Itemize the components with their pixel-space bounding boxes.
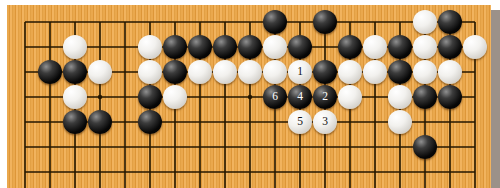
white-stone xyxy=(388,110,412,134)
black-stone xyxy=(438,35,462,59)
white-stone xyxy=(263,35,287,59)
white-stone xyxy=(213,60,237,84)
white-stone xyxy=(438,60,462,84)
white-stone xyxy=(463,35,487,59)
go-diagram: 164253 xyxy=(0,0,500,188)
white-stone xyxy=(163,85,187,109)
white-stone xyxy=(138,60,162,84)
black-stone xyxy=(313,60,337,84)
black-stone xyxy=(213,35,237,59)
white-stone xyxy=(388,85,412,109)
black-stone xyxy=(263,10,287,34)
black-stone xyxy=(238,35,262,59)
white-stone xyxy=(338,60,362,84)
black-stone xyxy=(288,35,312,59)
white-stone xyxy=(263,60,287,84)
white-stone xyxy=(363,60,387,84)
white-stone xyxy=(63,85,87,109)
black-stone xyxy=(63,60,87,84)
black-stone xyxy=(38,60,62,84)
white-stone xyxy=(63,35,87,59)
black-stone-move-4: 4 xyxy=(288,85,312,109)
black-stone xyxy=(138,110,162,134)
white-stone xyxy=(238,60,262,84)
black-stone xyxy=(138,85,162,109)
white-stone xyxy=(188,60,212,84)
black-stone xyxy=(438,10,462,34)
black-stone xyxy=(338,35,362,59)
white-stone xyxy=(413,35,437,59)
white-stone xyxy=(413,10,437,34)
black-stone xyxy=(438,85,462,109)
black-stone xyxy=(388,35,412,59)
white-stone-move-3: 3 xyxy=(313,110,337,134)
white-stone xyxy=(363,35,387,59)
black-stone xyxy=(63,110,87,134)
black-stone xyxy=(413,135,437,159)
black-stone-move-6: 6 xyxy=(263,85,287,109)
white-stone xyxy=(338,85,362,109)
white-stone xyxy=(88,60,112,84)
white-stone-move-1: 1 xyxy=(288,60,312,84)
black-stone xyxy=(413,85,437,109)
black-stone xyxy=(388,60,412,84)
black-stone-move-2: 2 xyxy=(313,85,337,109)
black-stone xyxy=(163,35,187,59)
black-stone xyxy=(163,60,187,84)
black-stone xyxy=(188,35,212,59)
white-stone-move-5: 5 xyxy=(288,110,312,134)
black-stone xyxy=(88,110,112,134)
white-stone xyxy=(138,35,162,59)
white-stone xyxy=(413,60,437,84)
black-stone xyxy=(313,10,337,34)
stone-layer: 164253 xyxy=(13,10,488,185)
